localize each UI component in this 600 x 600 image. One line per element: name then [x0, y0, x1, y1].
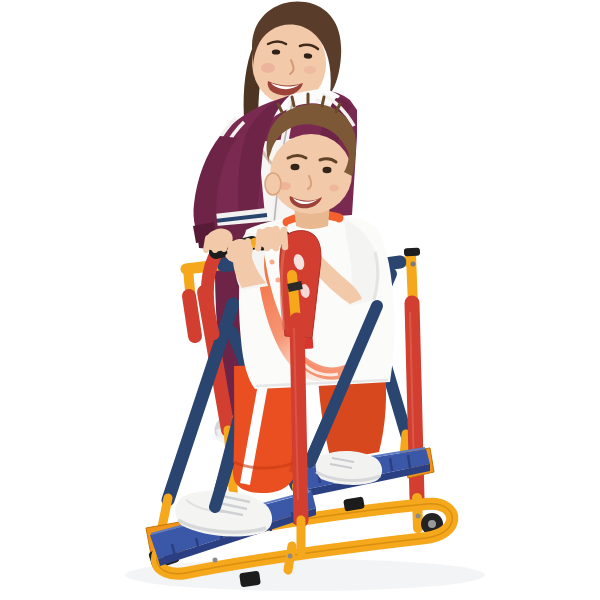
product-photo [0, 0, 600, 600]
woman-blush-right [304, 66, 316, 74]
boy-blush-left [279, 182, 291, 190]
wheel-hub [428, 520, 436, 528]
boy-blush-right [329, 185, 339, 192]
halftone-dot [276, 278, 281, 283]
boy-hand-right [256, 225, 287, 251]
base-bolt [416, 514, 421, 519]
left-post-red-foam [189, 296, 195, 336]
base-strap-front [239, 571, 261, 588]
base-bolt [213, 558, 218, 563]
boy-eye-right [323, 167, 332, 173]
woman-eye-left [272, 49, 280, 54]
photo-stage [0, 0, 600, 600]
right-post-cap [404, 248, 420, 257]
boy-eye-left [291, 164, 300, 170]
base-bolt [288, 554, 293, 559]
center-post-collar [288, 285, 302, 288]
woman-blush-left [261, 63, 275, 73]
halftone-dot [270, 260, 275, 265]
boy-ear [265, 173, 281, 195]
joint-bolt [411, 262, 416, 267]
